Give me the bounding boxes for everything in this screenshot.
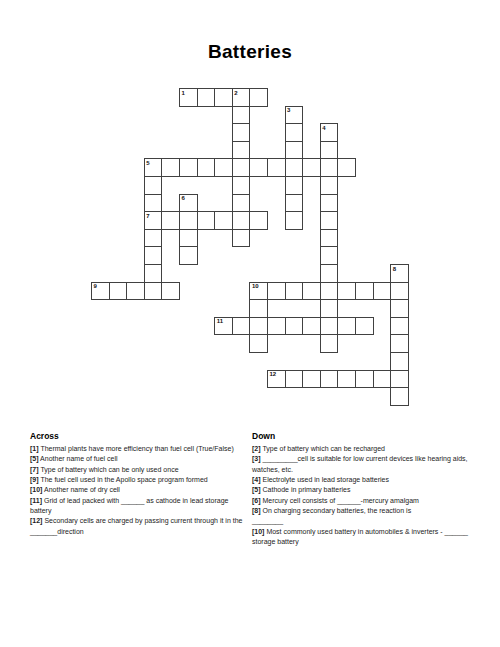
clue-number: [5]: [252, 486, 261, 493]
cell-r13c12[interactable]: [302, 317, 321, 336]
cell-r16c12[interactable]: [302, 370, 321, 389]
cell-r11c16[interactable]: [373, 282, 392, 301]
cell-r4c3[interactable]: 5: [144, 158, 163, 177]
crossword-grid: 123456789101112: [91, 88, 409, 406]
across-heading: Across: [30, 431, 250, 441]
cell-r16c15[interactable]: [355, 370, 374, 389]
clue-down-4: [4] Electrolyte used in lead storage bat…: [252, 475, 478, 485]
cell-r5c3[interactable]: [144, 176, 163, 195]
clue-number: [10]: [30, 486, 42, 493]
cell-r16c17[interactable]: [390, 370, 409, 389]
clue-across-11: [11] Grid of lead packed with ______ as …: [30, 496, 250, 517]
clue-number: [4]: [252, 476, 261, 483]
cell-r10c13[interactable]: [320, 264, 339, 283]
cell-r4c4[interactable]: [161, 158, 180, 177]
cell-r15c17[interactable]: [390, 352, 409, 371]
cell-number-9: 9: [94, 283, 97, 290]
clue-number: [6]: [252, 497, 261, 504]
cell-number-6: 6: [182, 195, 185, 202]
cell-r7c9[interactable]: [249, 211, 268, 230]
cell-r7c6[interactable]: [197, 211, 216, 230]
cell-r4c12[interactable]: [302, 158, 321, 177]
cell-r1c11[interactable]: 3: [285, 106, 304, 125]
clue-across-5: [5] Another name of fuel cell: [30, 454, 250, 464]
clue-across-7: [7] Type of battery which can be only us…: [30, 465, 250, 475]
clues-section: Across [1] Thermal plants have more effi…: [30, 431, 478, 547]
clue-number: [11]: [30, 497, 42, 504]
cell-r11c9[interactable]: 10: [249, 282, 268, 301]
cell-r11c2[interactable]: [126, 282, 145, 301]
cell-r6c13[interactable]: [320, 194, 339, 213]
cell-r6c5[interactable]: 6: [179, 194, 198, 213]
cell-r5c13[interactable]: [320, 176, 339, 195]
cell-r2c11[interactable]: [285, 123, 304, 142]
cell-number-5: 5: [146, 160, 149, 167]
cell-r9c13[interactable]: [320, 246, 339, 265]
clue-down-5: [5] Cathode in primary batteries: [252, 485, 478, 495]
clue-number: [5]: [30, 455, 39, 462]
cell-r11c4[interactable]: [161, 282, 180, 301]
cell-r13c7[interactable]: 11: [214, 317, 233, 336]
clue-across-12: [12] Secondary cells are charged by pass…: [30, 516, 250, 537]
cell-r10c3[interactable]: [144, 264, 163, 283]
cell-r4c7[interactable]: [214, 158, 233, 177]
down-clues-column: Down [2] Type of battery which can be re…: [252, 431, 478, 547]
cell-r1c8[interactable]: [232, 106, 251, 125]
cell-r6c8[interactable]: [232, 194, 251, 213]
cell-r13c9[interactable]: [249, 317, 268, 336]
cell-r7c5[interactable]: [179, 211, 198, 230]
cell-number-10: 10: [252, 283, 259, 290]
cell-r14c9[interactable]: [249, 334, 268, 353]
cell-r3c8[interactable]: [232, 141, 251, 160]
cell-r13c10[interactable]: [267, 317, 286, 336]
across-clue-list: [1] Thermal plants have more efficiency …: [30, 444, 250, 537]
cell-r13c8[interactable]: [232, 317, 251, 336]
cell-r7c11[interactable]: [285, 211, 304, 230]
cell-r12c13[interactable]: [320, 299, 339, 318]
cell-r4c9[interactable]: [249, 158, 268, 177]
clue-number: [7]: [30, 466, 39, 473]
cell-r4c6[interactable]: [197, 158, 216, 177]
cell-r2c8[interactable]: [232, 123, 251, 142]
cell-r9c5[interactable]: [179, 246, 198, 265]
across-clues-column: Across [1] Thermal plants have more effi…: [30, 431, 250, 547]
cell-number-2: 2: [234, 90, 237, 97]
clue-down-10: [10] Most commonly used battery in autom…: [252, 527, 478, 548]
cell-r4c5[interactable]: [179, 158, 198, 177]
cell-r3c13[interactable]: [320, 141, 339, 160]
clue-number: [8]: [252, 507, 261, 514]
cell-r4c8[interactable]: [232, 158, 251, 177]
cell-r4c13[interactable]: [320, 158, 339, 177]
cell-r13c14[interactable]: [337, 317, 356, 336]
cell-number-11: 11: [217, 318, 223, 325]
down-clue-list: [2] Type of battery which can be recharg…: [252, 444, 478, 547]
clue-down-3: [3] _________cell is suitable for low cu…: [252, 454, 478, 475]
clue-number: [1]: [30, 445, 39, 452]
cell-r14c13[interactable]: [320, 334, 339, 353]
cell-r7c7[interactable]: [214, 211, 233, 230]
cell-r13c13[interactable]: [320, 317, 339, 336]
cell-r9c3[interactable]: [144, 246, 163, 265]
cell-r13c17[interactable]: [390, 317, 409, 336]
cell-r4c10[interactable]: [267, 158, 286, 177]
cell-r11c17[interactable]: [390, 282, 409, 301]
clue-across-9: [9] The fuel cell used in the Apollo spa…: [30, 475, 250, 485]
clue-down-8: [8] On charging secondary batteries, the…: [252, 506, 478, 527]
cell-r8c5[interactable]: [179, 229, 198, 248]
cell-r7c13[interactable]: [320, 211, 339, 230]
clue-down-2: [2] Type of battery which can be recharg…: [252, 444, 478, 454]
cell-r13c15[interactable]: [355, 317, 374, 336]
clue-down-6: [6] Mercury cell consists of ______-merc…: [252, 496, 478, 506]
clue-number: [10]: [252, 528, 264, 535]
cell-r11c0[interactable]: 9: [91, 282, 110, 301]
cell-r16c16[interactable]: [373, 370, 392, 389]
cell-r0c5[interactable]: 1: [179, 88, 198, 107]
cell-r5c8[interactable]: [232, 176, 251, 195]
cell-number-7: 7: [146, 213, 149, 220]
cell-r0c6[interactable]: [197, 88, 216, 107]
cell-r16c11[interactable]: [285, 370, 304, 389]
cell-r12c17[interactable]: [390, 299, 409, 318]
cell-number-4: 4: [322, 125, 325, 132]
cell-r10c17[interactable]: 8: [390, 264, 409, 283]
cell-r11c11[interactable]: [285, 282, 304, 301]
cell-r11c13[interactable]: [320, 282, 339, 301]
puzzle-title: Batteries: [0, 41, 500, 63]
cell-r16c10[interactable]: 12: [267, 370, 286, 389]
cell-r11c1[interactable]: [109, 282, 128, 301]
cell-r3c11[interactable]: [285, 141, 304, 160]
cell-r11c15[interactable]: [355, 282, 374, 301]
crossword-page: Batteries 123456789101112 Across [1] The…: [0, 0, 500, 647]
cell-r11c14[interactable]: [337, 282, 356, 301]
cell-r7c4[interactable]: [161, 211, 180, 230]
cell-r7c3[interactable]: 7: [144, 211, 163, 230]
cell-r11c3[interactable]: [144, 282, 163, 301]
cell-r8c8[interactable]: [232, 229, 251, 248]
cell-r8c3[interactable]: [144, 229, 163, 248]
cell-r6c3[interactable]: [144, 194, 163, 213]
cell-r14c17[interactable]: [390, 334, 409, 353]
clue-number: [12]: [30, 517, 42, 524]
clue-across-10: [10] Another name of dry cell: [30, 485, 250, 495]
cell-r13c11[interactable]: [285, 317, 304, 336]
clue-number: [2]: [252, 445, 261, 452]
cell-r12c9[interactable]: [249, 299, 268, 318]
cell-number-3: 3: [287, 107, 290, 114]
clue-number: [9]: [30, 476, 39, 483]
cell-r5c11[interactable]: [285, 176, 304, 195]
cell-r0c8[interactable]: 2: [232, 88, 251, 107]
cell-number-1: 1: [182, 90, 185, 97]
cell-r4c14[interactable]: [337, 158, 356, 177]
cell-r0c7[interactable]: [214, 88, 233, 107]
cell-r11c12[interactable]: [302, 282, 321, 301]
clue-across-1: [1] Thermal plants have more efficiency …: [30, 444, 250, 454]
cell-r17c17[interactable]: [390, 387, 409, 406]
cell-number-8: 8: [393, 266, 396, 273]
cell-r4c11[interactable]: [285, 158, 304, 177]
cell-r16c13[interactable]: [320, 370, 339, 389]
clue-number: [3]: [252, 455, 261, 462]
cell-r2c13[interactable]: 4: [320, 123, 339, 142]
cell-r0c9[interactable]: [249, 88, 268, 107]
cell-r7c8[interactable]: [232, 211, 251, 230]
cell-number-12: 12: [270, 371, 277, 378]
cell-r8c13[interactable]: [320, 229, 339, 248]
cell-r6c11[interactable]: [285, 194, 304, 213]
down-heading: Down: [252, 431, 478, 441]
cell-r11c10[interactable]: [267, 282, 286, 301]
cell-r16c14[interactable]: [337, 370, 356, 389]
